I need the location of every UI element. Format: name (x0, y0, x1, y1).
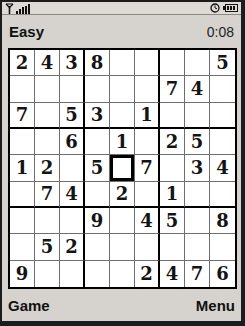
sudoku-cell[interactable]: 7 (185, 261, 210, 287)
status-bar (2, 2, 241, 15)
sudoku-cell[interactable]: 7 (135, 155, 160, 181)
sudoku-cell[interactable]: 3 (85, 103, 110, 129)
sudoku-cell[interactable]: 4 (135, 208, 160, 234)
sudoku-cell[interactable] (35, 129, 60, 155)
sudoku-cell[interactable] (60, 76, 85, 102)
sudoku-board[interactable]: 243857475316125125734742194585292476 (8, 48, 237, 289)
softkey-game-button[interactable]: Game (8, 297, 50, 314)
sudoku-cell[interactable] (185, 103, 210, 129)
sudoku-cell[interactable] (110, 50, 135, 76)
sudoku-cell[interactable]: 9 (10, 261, 35, 287)
sudoku-cell[interactable] (35, 208, 60, 234)
sudoku-cell[interactable]: 5 (85, 155, 110, 181)
sudoku-cell[interactable]: 4 (185, 76, 210, 102)
sudoku-cell[interactable] (135, 76, 160, 102)
sudoku-cell[interactable]: 4 (160, 261, 185, 287)
sudoku-cell[interactable] (185, 182, 210, 208)
sudoku-cell[interactable] (210, 234, 235, 260)
sudoku-cell[interactable] (210, 103, 235, 129)
sudoku-cell[interactable]: 7 (10, 103, 35, 129)
sudoku-cell[interactable] (160, 103, 185, 129)
sudoku-cell[interactable]: 3 (60, 50, 85, 76)
phone-screen: Easy 0:08 243857475316125125734742194585… (0, 0, 245, 326)
sudoku-cell[interactable]: 2 (10, 50, 35, 76)
sudoku-cell[interactable]: 4 (210, 155, 235, 181)
sudoku-cell[interactable] (60, 208, 85, 234)
sudoku-cursor-cell[interactable] (110, 155, 135, 181)
sudoku-cell[interactable]: 6 (60, 129, 85, 155)
sudoku-cell[interactable]: 2 (135, 261, 160, 287)
sudoku-cell[interactable]: 2 (160, 129, 185, 155)
sudoku-cell[interactable]: 2 (110, 182, 135, 208)
sudoku-cell[interactable]: 7 (35, 182, 60, 208)
antenna-icon (5, 3, 14, 14)
sudoku-cell[interactable] (135, 50, 160, 76)
sudoku-cell[interactable]: 5 (185, 129, 210, 155)
sudoku-cell[interactable]: 4 (60, 182, 85, 208)
softkey-bar: Game Menu (2, 291, 241, 321)
sudoku-cell[interactable]: 3 (185, 155, 210, 181)
status-right-group (210, 3, 238, 14)
board-area: 243857475316125125734742194585292476 (2, 48, 241, 291)
sudoku-cell[interactable] (85, 234, 110, 260)
difficulty-label: Easy (9, 23, 44, 40)
sudoku-cell[interactable] (210, 76, 235, 102)
sudoku-cell[interactable]: 1 (160, 182, 185, 208)
sudoku-cell[interactable] (35, 261, 60, 287)
sudoku-cell[interactable]: 5 (210, 50, 235, 76)
sudoku-cell[interactable] (160, 50, 185, 76)
sudoku-cell[interactable]: 1 (10, 155, 35, 181)
softkey-menu-button[interactable]: Menu (196, 297, 235, 314)
sudoku-cell[interactable]: 1 (110, 129, 135, 155)
signal-group (5, 3, 30, 14)
sudoku-cell[interactable] (210, 129, 235, 155)
sudoku-cell[interactable] (160, 234, 185, 260)
sudoku-cell[interactable] (210, 182, 235, 208)
sudoku-cell[interactable] (110, 76, 135, 102)
sudoku-cell[interactable] (35, 103, 60, 129)
sudoku-cell[interactable] (10, 129, 35, 155)
sudoku-cell[interactable] (110, 103, 135, 129)
sudoku-cell[interactable] (10, 208, 35, 234)
sudoku-cell[interactable]: 8 (85, 50, 110, 76)
sudoku-cell[interactable] (85, 129, 110, 155)
sudoku-cell[interactable]: 5 (35, 234, 60, 260)
sudoku-cell[interactable] (60, 155, 85, 181)
sudoku-cell[interactable]: 2 (60, 234, 85, 260)
signal-strength-icon (16, 4, 30, 14)
sudoku-cell[interactable]: 7 (160, 76, 185, 102)
sudoku-cell[interactable] (85, 182, 110, 208)
sudoku-cell[interactable] (35, 76, 60, 102)
sudoku-cell[interactable] (185, 50, 210, 76)
sudoku-cell[interactable]: 5 (160, 208, 185, 234)
sudoku-cell[interactable] (110, 261, 135, 287)
sudoku-cell[interactable] (10, 76, 35, 102)
sudoku-cell[interactable]: 8 (210, 208, 235, 234)
sudoku-cell[interactable] (110, 208, 135, 234)
sudoku-cell[interactable]: 6 (210, 261, 235, 287)
sudoku-cell[interactable]: 1 (135, 103, 160, 129)
timer-value: 0:08 (207, 24, 234, 40)
sudoku-cell[interactable] (135, 234, 160, 260)
clock-icon (210, 3, 220, 13)
sudoku-cell[interactable] (135, 182, 160, 208)
sudoku-cell[interactable]: 5 (60, 103, 85, 129)
sudoku-cell[interactable] (10, 234, 35, 260)
sudoku-cell[interactable] (110, 234, 135, 260)
sudoku-cell[interactable] (185, 234, 210, 260)
sudoku-cell[interactable] (60, 261, 85, 287)
sudoku-cell[interactable]: 9 (85, 208, 110, 234)
game-header: Easy 0:08 (2, 15, 241, 48)
sudoku-cell[interactable] (85, 261, 110, 287)
sudoku-cell[interactable] (135, 129, 160, 155)
sudoku-cell[interactable] (185, 208, 210, 234)
sudoku-cell[interactable]: 2 (35, 155, 60, 181)
sudoku-cell[interactable]: 4 (35, 50, 60, 76)
sudoku-cell[interactable] (10, 182, 35, 208)
sudoku-cell[interactable] (160, 155, 185, 181)
sudoku-cell[interactable] (85, 76, 110, 102)
battery-icon (223, 4, 238, 12)
